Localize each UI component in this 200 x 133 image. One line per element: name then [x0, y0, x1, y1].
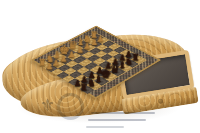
piece-white-pawn[interactable]: ♟: [76, 46, 84, 54]
piece-white-pawn[interactable]: ♟: [91, 38, 98, 46]
chess-board[interactable]: ♜♟♟♜♞♟♟♞♝♟♟♝♛♟♟♛♚♟♟♚♝♟♟♝♞♟♟♞♜♟♟♜: [45, 33, 147, 90]
piece-white-pawn[interactable]: ♟: [84, 42, 91, 50]
board-perspective-scene: ♜♟♟♜♞♟♟♞♝♟♟♝♛♟♟♛♚♟♟♚♝♟♟♝♞♟♟♞♜♟♟♜: [0, 0, 200, 133]
piece-white-pawn[interactable]: ♟: [68, 50, 76, 58]
board-border-band: ♜♟♟♜♞♟♟♞♝♟♟♝♛♟♟♛♚♟♟♚♝♟♟♝♞♟♟♞♜♟♟♜: [31, 26, 161, 99]
piece-black-rook[interactable]: ♜: [80, 82, 89, 92]
piece-white-pawn[interactable]: ♟: [53, 58, 61, 67]
piece-white-pawn[interactable]: ♟: [60, 54, 68, 63]
piece-white-pawn[interactable]: ♟: [46, 62, 54, 71]
